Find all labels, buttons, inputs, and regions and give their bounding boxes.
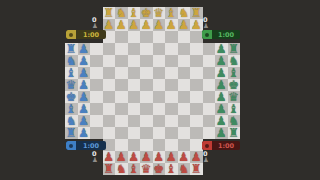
square[interactable] — [203, 103, 216, 115]
square[interactable] — [140, 67, 153, 79]
square[interactable] — [178, 31, 191, 43]
piece-rN[interactable]: ♞ — [178, 163, 191, 175]
clock-icon — [69, 144, 73, 148]
piece-bR[interactable]: ♜ — [65, 43, 78, 55]
blue-player-info: 0 ♟ — [92, 151, 106, 163]
square[interactable] — [140, 127, 153, 139]
square[interactable]: ♟ — [215, 127, 228, 139]
square[interactable] — [90, 43, 103, 55]
square[interactable]: ♟ — [128, 151, 141, 163]
piece-yQ[interactable]: ♛ — [153, 7, 166, 19]
red-clock-time: 1:00 — [212, 141, 240, 150]
square[interactable] — [165, 115, 178, 127]
square[interactable] — [115, 55, 128, 67]
square[interactable]: ♜ — [190, 7, 203, 19]
square[interactable] — [178, 115, 191, 127]
square[interactable]: ♚ — [228, 79, 241, 91]
piece-bN[interactable]: ♞ — [65, 115, 78, 127]
square[interactable] — [128, 55, 141, 67]
square[interactable]: ♛ — [153, 7, 166, 19]
square[interactable]: ♝ — [128, 163, 141, 175]
square[interactable] — [153, 43, 166, 55]
square[interactable] — [115, 103, 128, 115]
square[interactable] — [165, 55, 178, 67]
clock-icon — [205, 144, 209, 148]
piece-bK[interactable]: ♚ — [65, 91, 78, 103]
piece-gP[interactable]: ♟ — [215, 67, 228, 79]
square[interactable] — [115, 79, 128, 91]
red-clock-chip: 1:00 — [202, 141, 240, 150]
square[interactable] — [165, 103, 178, 115]
square[interactable] — [153, 127, 166, 139]
square[interactable] — [178, 67, 191, 79]
square[interactable] — [190, 91, 203, 103]
square[interactable]: ♟ — [78, 43, 91, 55]
piece-rN[interactable]: ♞ — [115, 163, 128, 175]
square[interactable]: ♞ — [65, 55, 78, 67]
square[interactable] — [128, 79, 141, 91]
square[interactable]: ♟ — [178, 19, 191, 31]
square[interactable] — [190, 103, 203, 115]
square[interactable]: ♜ — [103, 163, 116, 175]
square[interactable] — [203, 127, 216, 139]
square[interactable] — [128, 31, 141, 43]
cut-corner — [65, 151, 78, 163]
piece-yP[interactable]: ♟ — [165, 19, 178, 31]
piece-bN[interactable]: ♞ — [65, 55, 78, 67]
square[interactable]: ♚ — [153, 163, 166, 175]
square[interactable] — [203, 43, 216, 55]
square[interactable] — [190, 139, 203, 151]
square[interactable] — [190, 43, 203, 55]
piece-yP[interactable]: ♟ — [128, 19, 141, 31]
square[interactable]: ♟ — [78, 79, 91, 91]
square[interactable]: ♟ — [215, 115, 228, 127]
square[interactable] — [90, 67, 103, 79]
cut-corner — [215, 163, 228, 175]
piece-yB[interactable]: ♝ — [128, 7, 141, 19]
green-clock-color-square — [202, 30, 212, 39]
square[interactable] — [203, 79, 216, 91]
yellow-clock-chip: 1:00 — [66, 30, 106, 39]
square[interactable] — [140, 79, 153, 91]
cut-corner — [78, 163, 91, 175]
piece-gP[interactable]: ♟ — [215, 91, 228, 103]
red-captured-pawn-icon: ♟ — [203, 157, 209, 163]
square[interactable]: ♛ — [228, 91, 241, 103]
square[interactable]: ♚ — [65, 91, 78, 103]
square[interactable]: ♟ — [78, 91, 91, 103]
square[interactable]: ♛ — [140, 163, 153, 175]
piece-bB[interactable]: ♝ — [65, 103, 78, 115]
piece-yN[interactable]: ♞ — [115, 7, 128, 19]
square[interactable]: ♜ — [228, 43, 241, 55]
square[interactable] — [128, 127, 141, 139]
square[interactable] — [178, 91, 191, 103]
cut-corner — [228, 163, 241, 175]
square[interactable]: ♞ — [115, 163, 128, 175]
square[interactable]: ♞ — [65, 115, 78, 127]
piece-gP[interactable]: ♟ — [215, 79, 228, 91]
square[interactable]: ♝ — [228, 67, 241, 79]
square[interactable]: ♟ — [215, 91, 228, 103]
square[interactable] — [190, 67, 203, 79]
piece-gB[interactable]: ♝ — [228, 103, 241, 115]
square[interactable] — [203, 67, 216, 79]
yellow-clock-time: 1:00 — [76, 30, 106, 39]
green-captured-pawn-icon: ♟ — [203, 23, 209, 29]
square[interactable] — [153, 115, 166, 127]
cut-corner — [65, 163, 78, 175]
square[interactable] — [140, 103, 153, 115]
square[interactable]: ♟ — [165, 19, 178, 31]
square[interactable] — [190, 127, 203, 139]
piece-bR[interactable]: ♜ — [65, 127, 78, 139]
piece-gB[interactable]: ♝ — [228, 67, 241, 79]
piece-gQ[interactable]: ♛ — [228, 91, 241, 103]
piece-gP[interactable]: ♟ — [215, 103, 228, 115]
piece-rR[interactable]: ♜ — [103, 163, 116, 175]
piece-yK[interactable]: ♚ — [140, 7, 153, 19]
square[interactable] — [140, 115, 153, 127]
piece-bP[interactable]: ♟ — [78, 55, 91, 67]
square[interactable] — [190, 31, 203, 43]
square[interactable] — [165, 31, 178, 43]
square[interactable]: ♟ — [78, 103, 91, 115]
piece-yN[interactable]: ♞ — [178, 7, 191, 19]
square[interactable]: ♝ — [65, 103, 78, 115]
square[interactable] — [90, 127, 103, 139]
square[interactable] — [178, 139, 191, 151]
square[interactable] — [90, 103, 103, 115]
piece-bP[interactable]: ♟ — [78, 67, 91, 79]
piece-yB[interactable]: ♝ — [165, 7, 178, 19]
piece-yR[interactable]: ♜ — [190, 7, 203, 19]
square[interactable] — [103, 55, 116, 67]
red-player-info: 0 ♟ — [203, 151, 217, 163]
square[interactable] — [190, 79, 203, 91]
piece-rP[interactable]: ♟ — [140, 151, 153, 163]
square[interactable]: ♜ — [65, 43, 78, 55]
square[interactable]: ♟ — [165, 151, 178, 163]
piece-bQ[interactable]: ♛ — [65, 79, 78, 91]
piece-bB[interactable]: ♝ — [65, 67, 78, 79]
square[interactable]: ♝ — [65, 67, 78, 79]
square[interactable] — [178, 55, 191, 67]
square[interactable] — [190, 115, 203, 127]
yellow-clock-color-square — [66, 30, 76, 39]
square[interactable] — [115, 127, 128, 139]
square[interactable] — [178, 43, 191, 55]
piece-gP[interactable]: ♟ — [215, 115, 228, 127]
piece-gN[interactable]: ♞ — [228, 55, 241, 67]
square[interactable] — [103, 91, 116, 103]
piece-gK[interactable]: ♚ — [228, 79, 241, 91]
piece-gP[interactable]: ♟ — [215, 55, 228, 67]
blue-captured-pawn-icon: ♟ — [92, 157, 98, 163]
square[interactable]: ♟ — [140, 19, 153, 31]
square[interactable] — [115, 115, 128, 127]
green-clock-chip: 1:00 — [202, 30, 240, 39]
yellow-captured-pawn-icon: ♟ — [92, 23, 98, 29]
square[interactable] — [90, 55, 103, 67]
square[interactable] — [103, 115, 116, 127]
square[interactable] — [190, 55, 203, 67]
square[interactable]: ♟ — [78, 127, 91, 139]
yellow-player-info: 0 ♟ — [92, 17, 106, 29]
square[interactable] — [140, 91, 153, 103]
square[interactable]: ♟ — [215, 79, 228, 91]
square[interactable]: ♟ — [140, 151, 153, 163]
square[interactable] — [153, 103, 166, 115]
square[interactable] — [153, 31, 166, 43]
square[interactable] — [153, 67, 166, 79]
square[interactable] — [153, 139, 166, 151]
square[interactable] — [103, 79, 116, 91]
square[interactable] — [153, 55, 166, 67]
square[interactable]: ♟ — [178, 151, 191, 163]
square[interactable]: ♞ — [178, 7, 191, 19]
square[interactable]: ♜ — [190, 163, 203, 175]
piece-rP[interactable]: ♟ — [190, 151, 203, 163]
square[interactable] — [128, 103, 141, 115]
blue-clock-time: 1:00 — [76, 141, 106, 150]
square[interactable]: ♟ — [215, 103, 228, 115]
square[interactable] — [165, 79, 178, 91]
cut-corner — [228, 151, 241, 163]
square[interactable] — [178, 79, 191, 91]
clock-icon — [69, 33, 73, 37]
square[interactable]: ♟ — [215, 43, 228, 55]
square[interactable] — [128, 67, 141, 79]
piece-rP[interactable]: ♟ — [178, 151, 191, 163]
square[interactable] — [128, 115, 141, 127]
square[interactable] — [165, 127, 178, 139]
square[interactable]: ♟ — [153, 151, 166, 163]
piece-rP[interactable]: ♟ — [128, 151, 141, 163]
blue-clock-color-square — [66, 141, 76, 150]
square[interactable]: ♟ — [128, 19, 141, 31]
cut-corner — [90, 163, 103, 175]
green-clock-time: 1:00 — [212, 30, 240, 39]
square[interactable]: ♟ — [215, 67, 228, 79]
piece-bP[interactable]: ♟ — [78, 103, 91, 115]
cut-corner — [78, 7, 91, 19]
piece-gR[interactable]: ♜ — [228, 43, 241, 55]
square[interactable] — [203, 115, 216, 127]
square[interactable] — [103, 43, 116, 55]
square[interactable]: ♝ — [165, 163, 178, 175]
app-background: ♜♞♝♚♛♝♞♜♟♟♟♟♟♟♟♟♜♟♟♜♞♟♟♞♝♟♟♝♛♟♟♚♚♟♟♛♝♟♟♝… — [0, 0, 320, 180]
piece-rP[interactable]: ♟ — [165, 151, 178, 163]
square[interactable] — [140, 43, 153, 55]
square[interactable]: ♟ — [215, 55, 228, 67]
square[interactable] — [90, 115, 103, 127]
square[interactable]: ♟ — [78, 67, 91, 79]
square[interactable]: ♛ — [65, 79, 78, 91]
piece-gR[interactable]: ♜ — [228, 127, 241, 139]
piece-bP[interactable]: ♟ — [78, 79, 91, 91]
square[interactable] — [128, 43, 141, 55]
piece-gP[interactable]: ♟ — [215, 43, 228, 55]
square[interactable]: ♝ — [228, 103, 241, 115]
piece-rQ[interactable]: ♛ — [140, 163, 153, 175]
piece-rP[interactable]: ♟ — [153, 151, 166, 163]
piece-yP[interactable]: ♟ — [153, 19, 166, 31]
square[interactable] — [115, 139, 128, 151]
square[interactable]: ♞ — [178, 163, 191, 175]
square[interactable] — [140, 139, 153, 151]
square[interactable]: ♞ — [228, 55, 241, 67]
square[interactable] — [103, 103, 116, 115]
piece-bP[interactable]: ♟ — [78, 127, 91, 139]
piece-bP[interactable]: ♟ — [78, 115, 91, 127]
cut-corner — [78, 151, 91, 163]
square[interactable] — [165, 67, 178, 79]
square[interactable] — [153, 79, 166, 91]
piece-yP[interactable]: ♟ — [178, 19, 191, 31]
clock-icon — [205, 33, 209, 37]
square[interactable] — [203, 55, 216, 67]
square[interactable] — [115, 91, 128, 103]
square[interactable] — [115, 43, 128, 55]
cut-corner — [65, 7, 78, 19]
square[interactable]: ♞ — [115, 7, 128, 19]
piece-rR[interactable]: ♜ — [190, 163, 203, 175]
piece-bP[interactable]: ♟ — [78, 43, 91, 55]
square[interactable] — [103, 127, 116, 139]
blue-clock-chip: 1:00 — [66, 141, 106, 150]
square[interactable] — [128, 91, 141, 103]
square[interactable]: ♚ — [140, 7, 153, 19]
square[interactable] — [165, 91, 178, 103]
square[interactable]: ♟ — [78, 55, 91, 67]
red-clock-color-square — [202, 141, 212, 150]
square[interactable]: ♝ — [128, 7, 141, 19]
square[interactable]: ♜ — [65, 127, 78, 139]
square[interactable]: ♝ — [165, 7, 178, 19]
square[interactable] — [115, 67, 128, 79]
square[interactable]: ♟ — [190, 151, 203, 163]
piece-rP[interactable]: ♟ — [115, 151, 128, 163]
square[interactable] — [90, 79, 103, 91]
piece-rB[interactable]: ♝ — [165, 163, 178, 175]
piece-rB[interactable]: ♝ — [128, 163, 141, 175]
square[interactable]: ♜ — [228, 127, 241, 139]
square[interactable] — [178, 103, 191, 115]
square[interactable]: ♟ — [115, 19, 128, 31]
square[interactable] — [178, 127, 191, 139]
cut-corner — [228, 7, 241, 19]
square[interactable]: ♟ — [153, 19, 166, 31]
square[interactable] — [115, 31, 128, 43]
square[interactable]: ♞ — [228, 115, 241, 127]
piece-bP[interactable]: ♟ — [78, 91, 91, 103]
piece-rK[interactable]: ♚ — [153, 163, 166, 175]
square[interactable] — [203, 91, 216, 103]
square[interactable] — [128, 139, 141, 151]
square[interactable] — [140, 55, 153, 67]
square[interactable] — [165, 139, 178, 151]
square[interactable] — [153, 91, 166, 103]
square[interactable] — [140, 31, 153, 43]
square[interactable] — [103, 67, 116, 79]
piece-yP[interactable]: ♟ — [140, 19, 153, 31]
square[interactable]: ♟ — [78, 115, 91, 127]
piece-yP[interactable]: ♟ — [190, 19, 203, 31]
piece-yP[interactable]: ♟ — [115, 19, 128, 31]
piece-gP[interactable]: ♟ — [215, 127, 228, 139]
cut-corner — [203, 163, 216, 175]
square[interactable] — [90, 91, 103, 103]
square[interactable]: ♟ — [115, 151, 128, 163]
piece-gN[interactable]: ♞ — [228, 115, 241, 127]
square[interactable]: ♟ — [190, 19, 203, 31]
green-player-info: 0 ♟ — [203, 17, 217, 29]
square[interactable] — [165, 43, 178, 55]
